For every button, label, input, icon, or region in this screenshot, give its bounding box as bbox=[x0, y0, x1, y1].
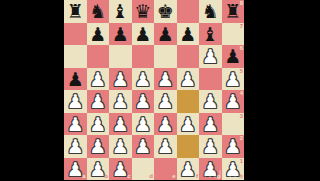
square-a5[interactable]: ♟ bbox=[64, 68, 87, 91]
white-pawn: ♟ bbox=[87, 113, 110, 136]
white-pawn: ♟ bbox=[109, 135, 132, 158]
square-c5[interactable]: ♟ bbox=[109, 68, 132, 91]
square-a8[interactable]: ♜ bbox=[64, 0, 87, 23]
square-d4[interactable]: ♟ bbox=[132, 90, 155, 113]
square-h8[interactable]: ♜8 bbox=[222, 0, 245, 23]
white-pawn: ♟ bbox=[154, 68, 177, 91]
square-h4[interactable]: ♟4 bbox=[222, 90, 245, 113]
white-pawn: ♟ bbox=[177, 113, 200, 136]
square-e5[interactable]: ♟ bbox=[154, 68, 177, 91]
rank-label-1: 1 bbox=[240, 158, 243, 165]
white-pawn: ♟ bbox=[132, 90, 155, 113]
square-b6[interactable] bbox=[87, 45, 110, 68]
square-c6[interactable] bbox=[109, 45, 132, 68]
square-f3[interactable]: ♟ bbox=[177, 113, 200, 136]
file-label-b: b bbox=[104, 173, 108, 180]
square-c7[interactable]: ♟ bbox=[109, 23, 132, 46]
white-pawn: ♟ bbox=[87, 158, 110, 181]
white-pawn: ♟ bbox=[177, 68, 200, 91]
rank-label-2: 2 bbox=[240, 135, 243, 142]
white-pawn: ♟ bbox=[64, 90, 87, 113]
square-g7[interactable]: ♝ bbox=[199, 23, 222, 46]
white-pawn: ♟ bbox=[64, 158, 87, 181]
square-b7[interactable]: ♟ bbox=[87, 23, 110, 46]
square-a3[interactable]: ♟ bbox=[64, 113, 87, 136]
white-pawn: ♟ bbox=[199, 135, 222, 158]
black-knight: ♞ bbox=[87, 0, 110, 23]
white-pawn: ♟ bbox=[109, 68, 132, 91]
square-h1[interactable]: ♟1h bbox=[222, 158, 245, 181]
square-a4[interactable]: ♟ bbox=[64, 90, 87, 113]
white-pawn: ♟ bbox=[154, 135, 177, 158]
white-pawn: ♟ bbox=[132, 68, 155, 91]
square-f5[interactable]: ♟ bbox=[177, 68, 200, 91]
white-pawn: ♟ bbox=[222, 90, 245, 113]
left-letterbox-bar bbox=[0, 0, 64, 180]
rank-label-8: 8 bbox=[240, 0, 243, 7]
white-pawn: ♟ bbox=[64, 113, 87, 136]
square-b1[interactable]: ♟b bbox=[87, 158, 110, 181]
square-g5[interactable] bbox=[199, 68, 222, 91]
square-b3[interactable]: ♟ bbox=[87, 113, 110, 136]
black-rook: ♜ bbox=[222, 0, 245, 23]
square-h6[interactable]: ♟6 bbox=[222, 45, 245, 68]
white-pawn: ♟ bbox=[199, 158, 222, 181]
square-g8[interactable]: ♞ bbox=[199, 0, 222, 23]
square-a2[interactable]: ♟ bbox=[64, 135, 87, 158]
white-pawn: ♟ bbox=[132, 135, 155, 158]
black-bishop: ♝ bbox=[199, 23, 222, 46]
square-c4[interactable]: ♟ bbox=[109, 90, 132, 113]
black-pawn: ♟ bbox=[177, 23, 200, 46]
rank-label-3: 3 bbox=[240, 113, 243, 120]
white-pawn: ♟ bbox=[222, 68, 245, 91]
square-c3[interactable]: ♟ bbox=[109, 113, 132, 136]
square-a6[interactable] bbox=[64, 45, 87, 68]
square-d8[interactable]: ♛ bbox=[132, 0, 155, 23]
black-pawn: ♟ bbox=[154, 23, 177, 46]
square-b5[interactable]: ♟ bbox=[87, 68, 110, 91]
square-d3[interactable]: ♟ bbox=[132, 113, 155, 136]
white-pawn: ♟ bbox=[109, 90, 132, 113]
black-pawn: ♟ bbox=[222, 45, 245, 68]
white-pawn: ♟ bbox=[87, 135, 110, 158]
white-pawn: ♟ bbox=[222, 158, 245, 181]
white-pawn: ♟ bbox=[154, 113, 177, 136]
square-a1[interactable]: ♟a bbox=[64, 158, 87, 181]
file-label-c: c bbox=[127, 173, 130, 180]
chess-board: ♜♞♝♛♚♞♜8♟♟♟♟♟♝7♟♟6♟♟♟♟♟♟♟5♟♟♟♟♟♟♟4♟♟♟♟♟♟… bbox=[64, 0, 244, 180]
square-h7[interactable]: 7 bbox=[222, 23, 245, 46]
square-c2[interactable]: ♟ bbox=[109, 135, 132, 158]
square-e2[interactable]: ♟ bbox=[154, 135, 177, 158]
square-f6[interactable] bbox=[177, 45, 200, 68]
square-b4[interactable]: ♟ bbox=[87, 90, 110, 113]
square-g3[interactable]: ♟ bbox=[199, 113, 222, 136]
square-h2[interactable]: ♟2 bbox=[222, 135, 245, 158]
rank-label-7: 7 bbox=[240, 23, 243, 30]
square-g4[interactable]: ♟ bbox=[199, 90, 222, 113]
square-b2[interactable]: ♟ bbox=[87, 135, 110, 158]
square-f2[interactable] bbox=[177, 135, 200, 158]
file-label-a: a bbox=[82, 173, 85, 180]
square-e3[interactable]: ♟ bbox=[154, 113, 177, 136]
white-pawn: ♟ bbox=[87, 68, 110, 91]
black-pawn: ♟ bbox=[109, 23, 132, 46]
square-d7[interactable]: ♟ bbox=[132, 23, 155, 46]
file-label-f: f bbox=[196, 173, 198, 180]
black-king: ♚ bbox=[154, 0, 177, 23]
black-knight: ♞ bbox=[199, 0, 222, 23]
square-e4[interactable]: ♟ bbox=[154, 90, 177, 113]
square-e8[interactable]: ♚ bbox=[154, 0, 177, 23]
square-h3[interactable]: 3 bbox=[222, 113, 245, 136]
white-pawn: ♟ bbox=[177, 158, 200, 181]
black-pawn: ♟ bbox=[132, 23, 155, 46]
square-e1[interactable]: e bbox=[154, 158, 177, 181]
rank-label-6: 6 bbox=[240, 45, 243, 52]
square-h5[interactable]: ♟5 bbox=[222, 68, 245, 91]
white-pawn: ♟ bbox=[132, 113, 155, 136]
square-a7[interactable] bbox=[64, 23, 87, 46]
square-f7[interactable]: ♟ bbox=[177, 23, 200, 46]
black-pawn: ♟ bbox=[87, 23, 110, 46]
file-label-g: g bbox=[217, 173, 221, 180]
black-bishop: ♝ bbox=[109, 0, 132, 23]
black-pawn: ♟ bbox=[64, 68, 87, 91]
white-pawn: ♟ bbox=[199, 45, 222, 68]
square-d5[interactable]: ♟ bbox=[132, 68, 155, 91]
file-label-e: e bbox=[172, 173, 175, 180]
rank-label-4: 4 bbox=[240, 90, 243, 97]
square-b8[interactable]: ♞ bbox=[87, 0, 110, 23]
white-pawn: ♟ bbox=[222, 135, 245, 158]
black-rook: ♜ bbox=[64, 0, 87, 23]
white-pawn: ♟ bbox=[87, 90, 110, 113]
white-pawn: ♟ bbox=[199, 113, 222, 136]
square-d2[interactable]: ♟ bbox=[132, 135, 155, 158]
square-d1[interactable]: d bbox=[132, 158, 155, 181]
square-d6[interactable] bbox=[132, 45, 155, 68]
square-c1[interactable]: ♟c bbox=[109, 158, 132, 181]
video-frame: ♜♞♝♛♚♞♜8♟♟♟♟♟♝7♟♟6♟♟♟♟♟♟♟5♟♟♟♟♟♟♟4♟♟♟♟♟♟… bbox=[0, 0, 320, 180]
square-g2[interactable]: ♟ bbox=[199, 135, 222, 158]
square-f1[interactable]: ♟f bbox=[177, 158, 200, 181]
white-pawn: ♟ bbox=[109, 113, 132, 136]
square-e6[interactable] bbox=[154, 45, 177, 68]
white-pawn: ♟ bbox=[199, 90, 222, 113]
square-c8[interactable]: ♝ bbox=[109, 0, 132, 23]
square-g1[interactable]: ♟g bbox=[199, 158, 222, 181]
black-queen: ♛ bbox=[132, 0, 155, 23]
file-label-h: h bbox=[239, 173, 243, 180]
white-pawn: ♟ bbox=[64, 135, 87, 158]
square-f4[interactable] bbox=[177, 90, 200, 113]
file-label-d: d bbox=[149, 173, 153, 180]
white-pawn: ♟ bbox=[109, 158, 132, 181]
right-letterbox-bar bbox=[244, 0, 320, 180]
rank-label-5: 5 bbox=[240, 68, 243, 75]
square-g6[interactable]: ♟ bbox=[199, 45, 222, 68]
white-pawn: ♟ bbox=[154, 90, 177, 113]
square-e7[interactable]: ♟ bbox=[154, 23, 177, 46]
square-f8[interactable] bbox=[177, 0, 200, 23]
